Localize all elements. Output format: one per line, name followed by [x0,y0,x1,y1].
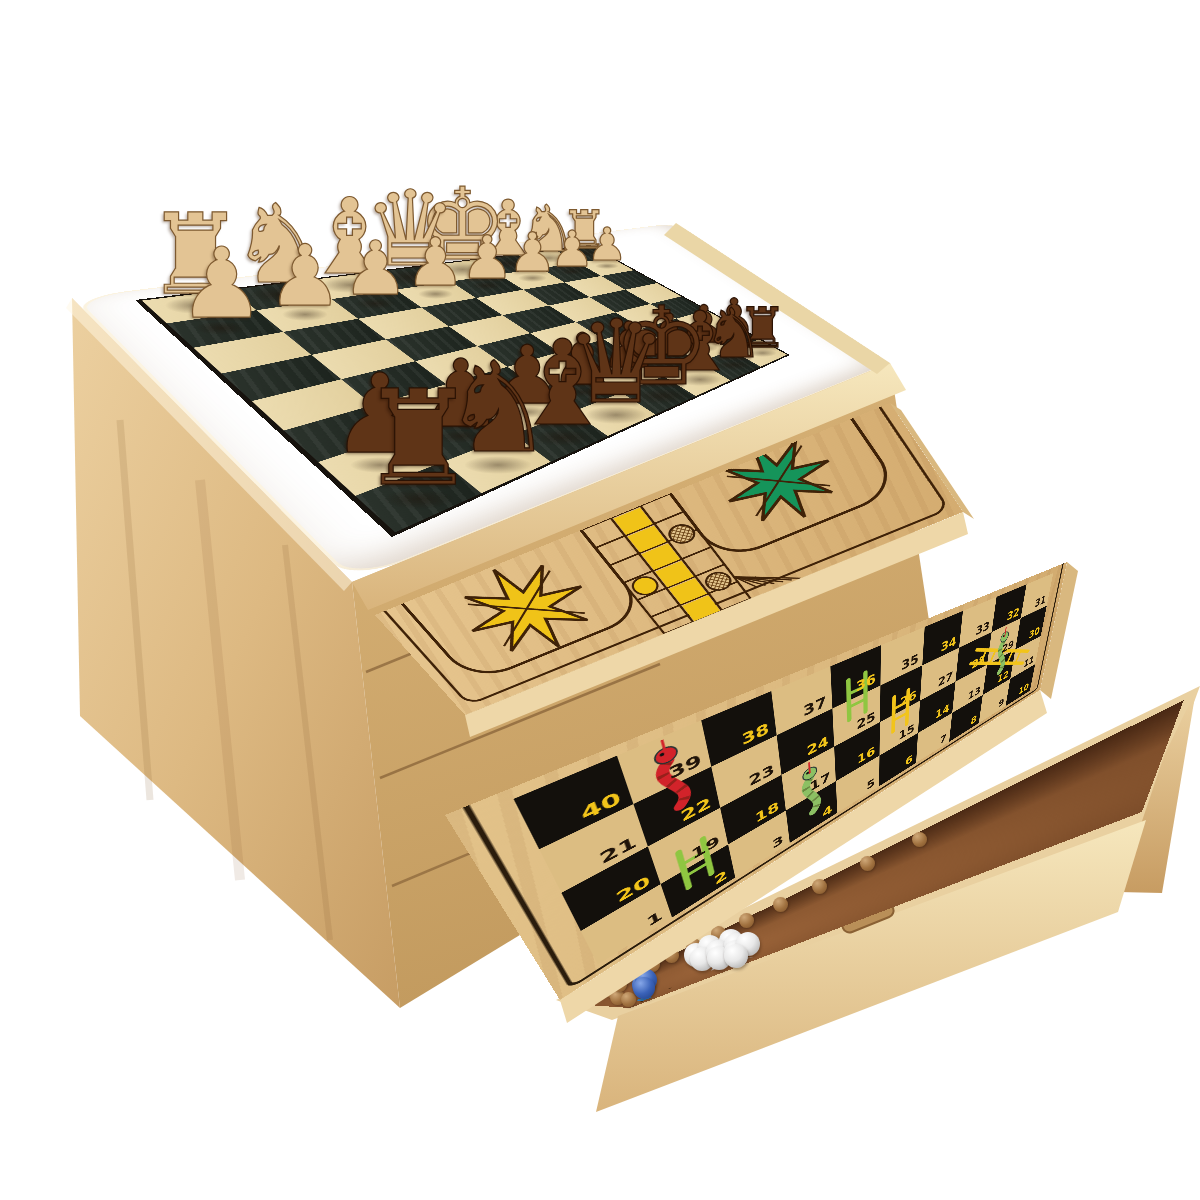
black-rook-a8[interactable]: ♜ [352,374,484,506]
white-pawn-a2[interactable]: ♟ [173,236,270,333]
box-top-bevels [0,0,1200,1200]
white-pawn-c2[interactable]: ♟ [338,233,412,307]
product-photo-wooden-games-box: 4039383736353433323121222324252627282930… [0,0,1200,1200]
white-pawn-b2[interactable]: ♟ [263,235,347,319]
